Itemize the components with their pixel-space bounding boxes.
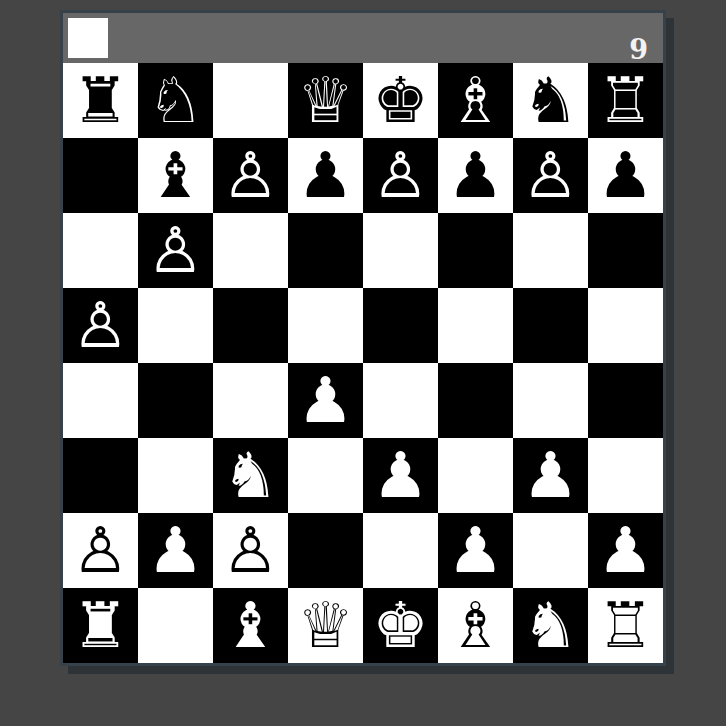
square-b6[interactable]: ♙ [138, 213, 213, 288]
square-a2[interactable]: ♙ [63, 513, 138, 588]
square-g4[interactable] [513, 363, 588, 438]
square-g2[interactable] [513, 513, 588, 588]
square-d1[interactable]: ♕ [288, 588, 363, 663]
square-c4[interactable] [213, 363, 288, 438]
status-bar: 9 [63, 13, 663, 63]
square-f2[interactable]: ♟ [438, 513, 513, 588]
square-b1[interactable] [138, 588, 213, 663]
square-e1[interactable]: ♚ [363, 588, 438, 663]
square-b7[interactable]: ♝ [138, 138, 213, 213]
square-g6[interactable] [513, 213, 588, 288]
square-a4[interactable] [63, 363, 138, 438]
square-e2[interactable] [363, 513, 438, 588]
square-h4[interactable] [588, 363, 663, 438]
square-e3[interactable]: ♟ [363, 438, 438, 513]
square-a8[interactable]: ♜ [63, 63, 138, 138]
chess-board: ♜♘♕♚♗♞♖♝♙♟♙♟♙♟♙♙♟♞♟♟♙♟♙♟♟♜♝♕♚♗♞♖ [63, 63, 663, 663]
square-d2[interactable] [288, 513, 363, 588]
square-b4[interactable] [138, 363, 213, 438]
square-f3[interactable] [438, 438, 513, 513]
square-g1[interactable]: ♞ [513, 588, 588, 663]
square-d5[interactable] [288, 288, 363, 363]
square-f7[interactable]: ♟ [438, 138, 513, 213]
square-f5[interactable] [438, 288, 513, 363]
square-h7[interactable]: ♟ [588, 138, 663, 213]
square-d6[interactable] [288, 213, 363, 288]
square-e4[interactable] [363, 363, 438, 438]
square-b3[interactable] [138, 438, 213, 513]
square-h1[interactable]: ♖ [588, 588, 663, 663]
chess-window: 9 ♜♘♕♚♗♞♖♝♙♟♙♟♙♟♙♙♟♞♟♟♙♟♙♟♟♜♝♕♚♗♞♖ [60, 10, 666, 666]
turn-indicator [68, 18, 108, 58]
square-c6[interactable] [213, 213, 288, 288]
square-a1[interactable]: ♜ [63, 588, 138, 663]
square-b2[interactable]: ♟ [138, 513, 213, 588]
square-f6[interactable] [438, 213, 513, 288]
square-h6[interactable] [588, 213, 663, 288]
square-h2[interactable]: ♟ [588, 513, 663, 588]
square-g7[interactable]: ♙ [513, 138, 588, 213]
square-d3[interactable] [288, 438, 363, 513]
square-c2[interactable]: ♙ [213, 513, 288, 588]
square-f8[interactable]: ♗ [438, 63, 513, 138]
square-f4[interactable] [438, 363, 513, 438]
square-c3[interactable]: ♞ [213, 438, 288, 513]
square-h8[interactable]: ♖ [588, 63, 663, 138]
square-h5[interactable] [588, 288, 663, 363]
square-a6[interactable] [63, 213, 138, 288]
square-c8[interactable] [213, 63, 288, 138]
square-c7[interactable]: ♙ [213, 138, 288, 213]
square-a5[interactable]: ♙ [63, 288, 138, 363]
square-b8[interactable]: ♘ [138, 63, 213, 138]
square-h3[interactable] [588, 438, 663, 513]
square-c1[interactable]: ♝ [213, 588, 288, 663]
square-c5[interactable] [213, 288, 288, 363]
square-d4[interactable]: ♟ [288, 363, 363, 438]
square-a3[interactable] [63, 438, 138, 513]
square-d8[interactable]: ♕ [288, 63, 363, 138]
square-e8[interactable]: ♚ [363, 63, 438, 138]
square-g8[interactable]: ♞ [513, 63, 588, 138]
square-g3[interactable]: ♟ [513, 438, 588, 513]
square-a7[interactable] [63, 138, 138, 213]
square-e5[interactable] [363, 288, 438, 363]
square-g5[interactable] [513, 288, 588, 363]
square-e6[interactable] [363, 213, 438, 288]
square-b5[interactable] [138, 288, 213, 363]
square-f1[interactable]: ♗ [438, 588, 513, 663]
square-d7[interactable]: ♟ [288, 138, 363, 213]
move-counter: 9 [629, 36, 648, 63]
square-e7[interactable]: ♙ [363, 138, 438, 213]
